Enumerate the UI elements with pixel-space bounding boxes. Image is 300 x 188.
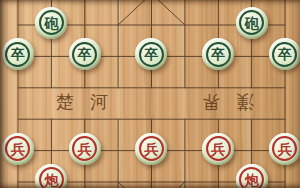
red-piece-ring: 炮 — [39, 167, 64, 188]
black-piece-ring: 砲 — [39, 10, 64, 35]
black-soldier-glyph: 卒 — [211, 47, 225, 61]
board-cell: 兵 — [135, 135, 168, 166]
red-soldier-glyph: 兵 — [11, 142, 25, 156]
black-cannon-glyph: 砲 — [245, 16, 259, 30]
black-cannon[interactable]: 砲 — [35, 7, 67, 39]
red-cannon[interactable]: 炮 — [35, 164, 67, 188]
board-cell: 卒 — [135, 41, 168, 72]
red-soldier[interactable]: 兵 — [202, 133, 234, 165]
red-soldier[interactable]: 兵 — [135, 133, 167, 165]
board-cell: 炮 — [235, 166, 268, 188]
red-soldier[interactable]: 兵 — [69, 133, 101, 165]
red-soldier-glyph: 兵 — [144, 142, 158, 156]
black-piece-ring: 卒 — [139, 42, 164, 67]
red-soldier[interactable]: 兵 — [269, 133, 300, 165]
board-cell: 砲 — [35, 9, 68, 40]
red-piece-ring: 兵 — [139, 136, 164, 161]
red-soldier-glyph: 兵 — [78, 142, 92, 156]
black-soldier-glyph: 卒 — [144, 47, 158, 61]
red-cannon[interactable]: 炮 — [236, 164, 268, 188]
red-cannon-glyph: 炮 — [245, 173, 259, 187]
red-piece-ring: 兵 — [72, 136, 97, 161]
black-soldier[interactable]: 卒 — [202, 38, 234, 70]
board-cell: 兵 — [202, 135, 235, 166]
black-soldier[interactable]: 卒 — [2, 38, 34, 70]
red-soldier-glyph: 兵 — [278, 142, 292, 156]
board-cell: 炮 — [35, 166, 68, 188]
black-soldier-glyph: 卒 — [11, 47, 25, 61]
black-soldier[interactable]: 卒 — [69, 38, 101, 70]
board-cell: 卒 — [268, 41, 300, 72]
red-soldier[interactable]: 兵 — [2, 133, 34, 165]
red-soldier-glyph: 兵 — [211, 142, 225, 156]
board-cell: 卒 — [1, 41, 34, 72]
black-piece-ring: 卒 — [72, 42, 97, 67]
black-cannon[interactable]: 砲 — [236, 7, 268, 39]
black-soldier[interactable]: 卒 — [135, 38, 167, 70]
board-cell: 兵 — [1, 135, 34, 166]
black-piece-ring: 卒 — [5, 42, 30, 67]
board-cell: 兵 — [268, 135, 300, 166]
black-piece-ring: 砲 — [239, 10, 264, 35]
red-cannon-glyph: 炮 — [44, 173, 58, 187]
black-piece-ring: 卒 — [272, 42, 297, 67]
board-cell: 兵 — [68, 135, 101, 166]
black-piece-ring: 卒 — [206, 42, 231, 67]
black-soldier[interactable]: 卒 — [269, 38, 300, 70]
black-soldier-glyph: 卒 — [78, 47, 92, 61]
board-wood-surface[interactable]: 楚河 漢界 砲砲卒卒卒卒卒兵兵兵兵兵炮炮 — [0, 0, 300, 188]
piece-grid: 砲砲卒卒卒卒卒兵兵兵兵兵炮炮 — [1, 0, 300, 188]
board-cell: 卒 — [68, 41, 101, 72]
red-piece-ring: 兵 — [272, 136, 297, 161]
red-piece-ring: 炮 — [239, 167, 264, 188]
board-cell: 砲 — [235, 9, 268, 40]
black-soldier-glyph: 卒 — [278, 47, 292, 61]
xiangqi-board-photo: 楚河 漢界 砲砲卒卒卒卒卒兵兵兵兵兵炮炮 — [0, 0, 300, 188]
black-cannon-glyph: 砲 — [44, 16, 58, 30]
red-piece-ring: 兵 — [206, 136, 231, 161]
red-piece-ring: 兵 — [5, 136, 30, 161]
board-cell: 卒 — [202, 41, 235, 72]
